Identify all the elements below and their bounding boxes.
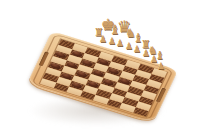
chess-piece-pawn[interactable]: ♟ (116, 39, 124, 48)
chess-piece-pawn[interactable]: ♟ (108, 37, 116, 46)
product-photo-scene: ♜♚♟♝♟♛♟♞♟♝♟♜♟♞♟♝♟ (0, 0, 200, 133)
chess-pieces-cluster: ♜♚♟♝♟♛♟♞♟♝♟♜♟♞♟♝♟ (0, 0, 200, 133)
chess-piece-pawn[interactable]: ♟ (125, 42, 133, 51)
chess-piece-pawn[interactable]: ♟ (99, 35, 107, 44)
chess-piece-pawn[interactable]: ♟ (133, 45, 141, 54)
chess-piece-pawn[interactable]: ♟ (157, 62, 165, 71)
chess-piece-bishop[interactable]: ♝ (155, 50, 165, 61)
